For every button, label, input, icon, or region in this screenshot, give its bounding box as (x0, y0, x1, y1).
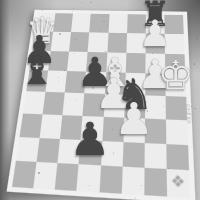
square-f3 (123, 117, 145, 142)
square-e6 (106, 52, 126, 73)
square-g5 (145, 74, 166, 96)
square-f7 (126, 33, 145, 53)
photo-background: ❖ CHESS ♜♛♟♟♝♟♝♟♚♟♞♟♟ (0, 0, 200, 200)
square-d2 (79, 139, 102, 165)
square-g1 (144, 168, 167, 197)
square-b7 (51, 31, 72, 51)
square-d4 (83, 93, 105, 116)
square-f5 (125, 73, 146, 95)
square-d7 (88, 32, 108, 52)
square-h4 (165, 96, 187, 120)
speck (81, 2, 82, 3)
speck (10, 145, 11, 146)
square-e5 (105, 72, 126, 94)
square-e8 (108, 14, 127, 33)
square-f8 (127, 14, 146, 33)
square-h1: ❖ (167, 169, 191, 198)
square-f6 (125, 52, 145, 73)
square-f1 (121, 167, 144, 195)
brand-logo-icon: ❖ (167, 173, 190, 191)
square-d6 (86, 52, 107, 73)
square-h5 (165, 74, 186, 97)
speck (5, 197, 7, 199)
square-e1 (99, 166, 122, 194)
square-f4 (124, 95, 145, 119)
square-b4 (43, 92, 65, 115)
speck (197, 38, 198, 39)
chessboard-paper: ❖ CHESS (7, 10, 196, 200)
square-e3 (102, 117, 124, 142)
square-c1 (55, 163, 79, 191)
square-g6 (145, 53, 165, 74)
speck (194, 63, 195, 64)
square-g8 (146, 14, 165, 33)
square-c3 (60, 115, 83, 140)
square-b3 (40, 114, 63, 138)
square-d8 (90, 14, 110, 33)
square-g4 (145, 95, 166, 119)
square-c5 (65, 71, 86, 93)
square-h3 (166, 119, 188, 144)
square-h7 (165, 34, 185, 54)
speck (0, 104, 1, 105)
square-d1 (77, 165, 101, 193)
square-g7 (145, 33, 164, 53)
square-h8 (164, 15, 183, 34)
speck (196, 39, 197, 40)
square-d3 (81, 116, 103, 141)
square-c4 (63, 93, 85, 116)
square-e7 (107, 33, 127, 53)
square-b1 (33, 162, 57, 189)
square-b8 (53, 13, 73, 32)
square-c7 (69, 32, 89, 52)
square-e2 (100, 140, 123, 166)
chessboard: ❖ (12, 13, 190, 198)
speck (195, 108, 196, 109)
square-f2 (122, 141, 144, 168)
speck (73, 8, 74, 9)
square-h2 (166, 144, 189, 171)
square-b6 (48, 51, 69, 72)
board-brand-text: CHESS (185, 104, 192, 125)
square-d5 (85, 72, 106, 94)
square-b5 (46, 71, 68, 93)
square-c2 (58, 138, 81, 164)
square-g3 (144, 118, 166, 143)
square-c6 (67, 51, 88, 72)
square-b2 (37, 137, 61, 163)
square-e4 (103, 94, 124, 117)
square-h6 (165, 53, 186, 74)
square-c8 (71, 13, 91, 32)
speck (90, 2, 91, 3)
square-g2 (144, 142, 166, 169)
